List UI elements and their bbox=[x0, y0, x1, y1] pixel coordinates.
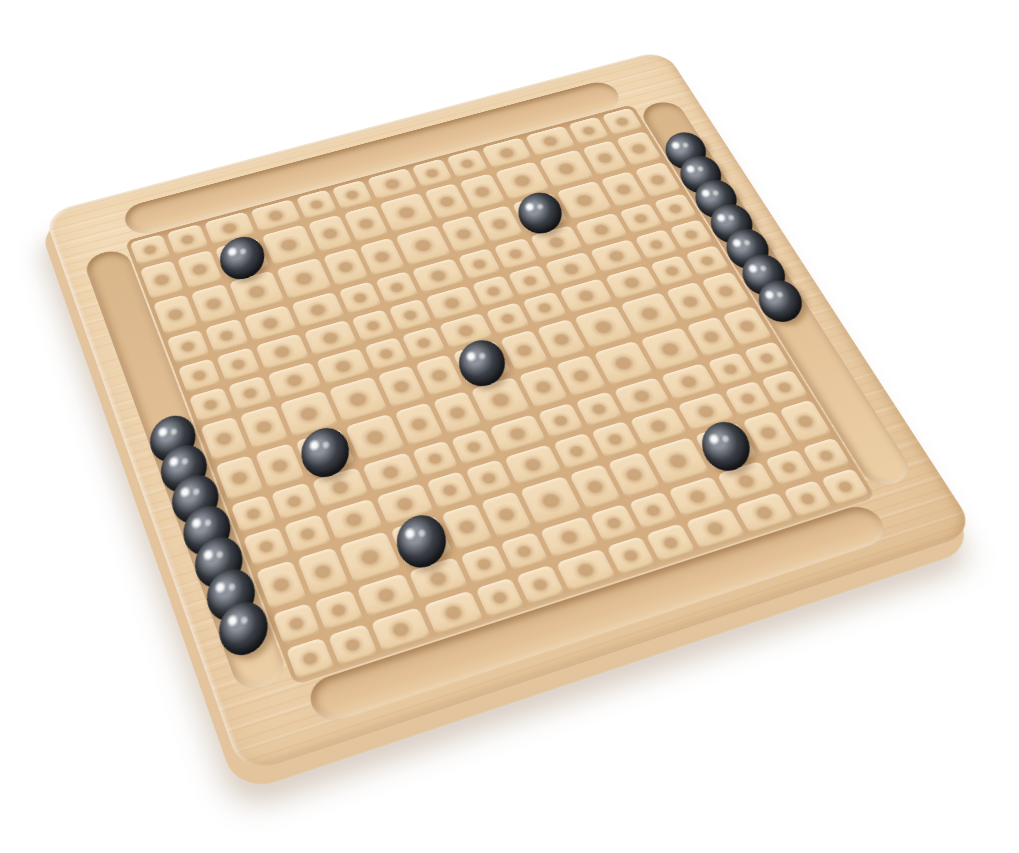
grid-cell[interactable] bbox=[634, 229, 678, 261]
grid-cell[interactable] bbox=[601, 108, 643, 137]
grid-cell[interactable] bbox=[228, 376, 273, 412]
grid-cell[interactable] bbox=[200, 416, 248, 461]
grid-cell[interactable] bbox=[388, 298, 432, 332]
grid-cell[interactable] bbox=[537, 403, 584, 439]
grid-cell[interactable] bbox=[297, 547, 349, 597]
grid-cell[interactable] bbox=[458, 248, 502, 280]
grid-cell[interactable] bbox=[450, 429, 497, 466]
grid-cell[interactable] bbox=[295, 189, 337, 220]
grid-cell[interactable] bbox=[500, 531, 549, 571]
grid-cell[interactable] bbox=[177, 250, 222, 290]
grid-cell[interactable] bbox=[459, 544, 508, 584]
grid-cell[interactable] bbox=[685, 245, 730, 277]
grid-cell[interactable] bbox=[230, 495, 277, 534]
grid-cell[interactable] bbox=[471, 275, 515, 308]
grid-cell[interactable] bbox=[338, 282, 382, 315]
grid-cell[interactable] bbox=[205, 319, 249, 353]
grid-cell[interactable] bbox=[314, 589, 363, 631]
grid-cell[interactable] bbox=[240, 405, 289, 450]
game-board-wrap bbox=[43, 49, 977, 775]
grid-cell[interactable] bbox=[284, 514, 331, 554]
grid-cell[interactable] bbox=[485, 302, 530, 336]
grid-cell[interactable] bbox=[553, 433, 601, 470]
grid-cell[interactable] bbox=[191, 284, 237, 325]
grid-cell[interactable] bbox=[646, 523, 696, 563]
grid-cell[interactable] bbox=[426, 471, 474, 509]
grid-cell[interactable] bbox=[446, 149, 488, 179]
grid-cell[interactable] bbox=[389, 515, 452, 567]
grid-cell[interactable] bbox=[140, 260, 185, 300]
grid-cell[interactable] bbox=[606, 536, 656, 576]
grid-cell[interactable] bbox=[351, 309, 395, 343]
grid-cell[interactable] bbox=[401, 326, 446, 360]
grid-cell[interactable] bbox=[653, 193, 697, 224]
grid-cell[interactable] bbox=[153, 294, 199, 335]
scene bbox=[0, 0, 1019, 853]
grid-cell[interactable] bbox=[375, 271, 419, 304]
grid-cell[interactable] bbox=[363, 337, 408, 372]
grid-cell[interactable] bbox=[629, 491, 678, 530]
grid-cell[interactable] bbox=[255, 443, 304, 489]
grid-cell[interactable] bbox=[669, 219, 713, 251]
grid-cell[interactable] bbox=[575, 391, 622, 427]
grid-cell[interactable] bbox=[272, 602, 321, 644]
grid-cell[interactable] bbox=[189, 387, 234, 423]
grid-cell[interactable] bbox=[619, 203, 663, 234]
grid-cell[interactable] bbox=[567, 117, 609, 146]
grid-cell[interactable] bbox=[591, 421, 639, 458]
grid-cell[interactable] bbox=[177, 358, 221, 393]
grid-cell[interactable] bbox=[411, 158, 453, 188]
grid-cell[interactable] bbox=[465, 459, 513, 497]
grid-cell[interactable] bbox=[522, 291, 567, 324]
grid-cell[interactable] bbox=[411, 440, 458, 477]
grid-cell[interactable] bbox=[508, 264, 552, 297]
grid-cell[interactable] bbox=[271, 482, 318, 521]
grid-cell[interactable] bbox=[216, 347, 260, 382]
grid-cell[interactable] bbox=[649, 255, 694, 287]
grid-cell[interactable] bbox=[166, 329, 210, 363]
grid-cell[interactable] bbox=[331, 180, 373, 211]
grid-cell[interactable] bbox=[589, 503, 638, 542]
grid-cell[interactable] bbox=[215, 455, 264, 501]
grid-cell[interactable] bbox=[494, 238, 538, 270]
grid-cell[interactable] bbox=[475, 577, 525, 618]
grid-cell[interactable] bbox=[515, 564, 565, 605]
grid-cell[interactable] bbox=[243, 527, 290, 567]
grid-cell[interactable] bbox=[328, 624, 378, 667]
grid-cell[interactable] bbox=[286, 637, 336, 680]
grid-cell[interactable] bbox=[256, 560, 308, 610]
